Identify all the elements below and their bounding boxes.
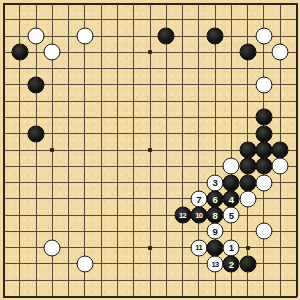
stone-black-16-4 <box>239 44 256 61</box>
stone-black-12-14: 12 <box>174 207 191 224</box>
star-point <box>148 50 152 54</box>
move-number-label: 1 <box>229 243 234 253</box>
stone-black-14-13: 6 <box>207 190 224 207</box>
stone-white-3-3 <box>28 28 45 45</box>
stone-white-16-13 <box>239 190 256 207</box>
move-number-label: 3 <box>212 178 217 188</box>
stone-white-17-12 <box>255 174 272 191</box>
move-number-label: 5 <box>229 210 234 220</box>
stone-white-4-4 <box>44 44 61 61</box>
stone-white-14-15: 9 <box>207 223 224 240</box>
stone-white-18-4 <box>272 44 289 61</box>
move-number-label: 4 <box>229 194 234 204</box>
move-number-label: 8 <box>212 210 217 220</box>
stone-black-15-17: 2 <box>223 255 240 272</box>
stone-black-3-9 <box>28 125 45 142</box>
stone-white-15-16: 1 <box>223 239 240 256</box>
stone-black-17-11 <box>255 158 272 175</box>
grid-line-horizontal <box>4 215 297 216</box>
move-number-label: 13 <box>211 260 218 268</box>
stone-black-16-10 <box>239 142 256 159</box>
stone-black-16-17 <box>239 255 256 272</box>
stone-white-14-17: 13 <box>207 255 224 272</box>
stone-black-14-14: 8 <box>207 207 224 224</box>
stone-black-2-4 <box>11 44 28 61</box>
stone-white-18-11 <box>272 158 289 175</box>
star-point <box>148 246 152 250</box>
stone-black-14-16 <box>207 239 224 256</box>
star-point <box>246 246 250 250</box>
grid-line-horizontal <box>4 231 297 232</box>
move-number-label: 11 <box>195 244 202 252</box>
move-number-label: 2 <box>229 259 234 269</box>
stone-black-15-13: 4 <box>223 190 240 207</box>
move-number-label: 9 <box>212 227 217 237</box>
grid-line-vertical <box>296 3 298 297</box>
stone-white-13-13: 7 <box>190 190 207 207</box>
stone-white-17-15 <box>255 223 272 240</box>
stone-black-18-10 <box>272 142 289 159</box>
move-number-label: 7 <box>196 194 201 204</box>
stone-white-17-6 <box>255 76 272 93</box>
stone-white-13-16: 11 <box>190 239 207 256</box>
move-number-label: 6 <box>212 194 217 204</box>
go-diagram: 37641210859111132 <box>0 0 300 300</box>
stone-white-15-14: 5 <box>223 207 240 224</box>
grid-line-vertical <box>182 4 183 297</box>
stone-white-4-16 <box>44 239 61 256</box>
grid-line-vertical <box>166 4 167 297</box>
stone-white-6-3 <box>76 28 93 45</box>
stone-black-16-11 <box>239 158 256 175</box>
stone-black-17-10 <box>255 142 272 159</box>
stone-black-13-14: 10 <box>190 207 207 224</box>
stone-white-6-17 <box>76 255 93 272</box>
star-point <box>148 148 152 152</box>
move-number-label: 10 <box>195 211 202 219</box>
stone-black-3-6 <box>28 76 45 93</box>
go-board[interactable]: 37641210859111132 <box>0 0 300 300</box>
grid-line-horizontal <box>3 296 297 298</box>
stone-black-17-9 <box>255 125 272 142</box>
stone-white-14-12: 3 <box>207 174 224 191</box>
stone-black-16-12 <box>239 174 256 191</box>
stone-black-15-12 <box>223 174 240 191</box>
stone-white-15-11 <box>223 158 240 175</box>
grid-line-horizontal <box>4 280 297 281</box>
stone-black-14-3 <box>207 28 224 45</box>
star-point <box>50 148 54 152</box>
stone-black-17-8 <box>255 109 272 126</box>
stone-white-17-3 <box>255 28 272 45</box>
move-number-label: 12 <box>179 211 186 219</box>
stone-black-11-3 <box>158 28 175 45</box>
